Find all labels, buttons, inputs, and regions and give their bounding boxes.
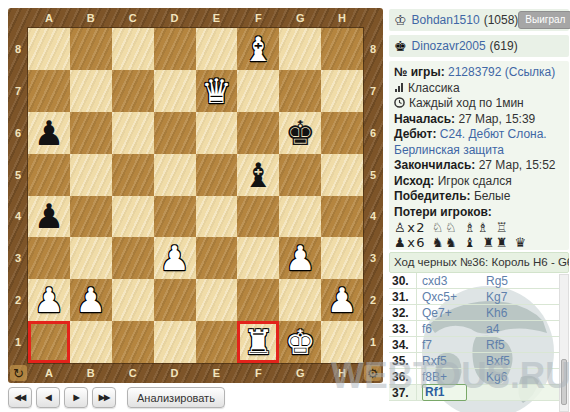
next-move-button[interactable]: ▶ — [64, 387, 88, 408]
analyze-button[interactable]: Анализировать — [127, 387, 225, 408]
square-d7[interactable] — [154, 70, 196, 112]
rank-label-5: 5 — [363, 154, 383, 196]
rank-label-7: 7 — [8, 70, 28, 112]
game-number-link[interactable]: 21283792 — [448, 65, 501, 79]
square-e6[interactable] — [196, 112, 238, 154]
square-f6[interactable] — [237, 112, 279, 154]
rank-labels-left: 87654321 — [8, 28, 28, 363]
rank-label-1: 1 — [363, 321, 383, 363]
square-f7[interactable] — [237, 70, 279, 112]
move-number: 36. — [389, 369, 417, 384]
file-label-h: H — [321, 363, 363, 383]
white-move[interactable]: Rxf5 — [417, 354, 481, 368]
white-bishop: ♝ — [243, 32, 273, 66]
square-e8[interactable] — [196, 28, 238, 70]
square-h6[interactable] — [321, 112, 363, 154]
file-label-d: D — [154, 8, 196, 28]
move-row: 36.f8B+Kg6 — [389, 369, 569, 385]
square-d5[interactable] — [154, 154, 196, 196]
square-f5[interactable]: ♝ — [237, 154, 279, 196]
black-move[interactable]: Rf5 — [481, 338, 569, 352]
file-label-f: F — [237, 8, 279, 28]
move-row: 30.cxd3Rg5 — [389, 273, 569, 289]
move-row: 34.f7Rf5 — [389, 337, 569, 353]
started-line: Началась: 27 Мар, 15:39 — [394, 112, 564, 128]
square-g3[interactable]: ♟ — [279, 237, 321, 279]
file-labels-top: ABCDEFGH — [28, 8, 363, 28]
file-label-e: E — [196, 8, 238, 28]
square-e3[interactable] — [196, 237, 238, 279]
square-g5[interactable] — [279, 154, 321, 196]
square-h2[interactable]: ♟ — [321, 279, 363, 321]
black-move[interactable]: a4 — [481, 322, 569, 336]
opening-line: Дебют: C24. Дебют Слона. Берлинская защи… — [394, 127, 564, 158]
file-label-c: C — [112, 8, 154, 28]
square-c2[interactable] — [112, 279, 154, 321]
square-b2[interactable]: ♟ — [70, 279, 112, 321]
first-move-button[interactable]: ◀◀ — [8, 387, 32, 408]
rank-label-3: 3 — [363, 237, 383, 279]
square-b8[interactable] — [70, 28, 112, 70]
square-a7[interactable] — [28, 70, 70, 112]
rank-label-6: 6 — [363, 112, 383, 154]
losses-label-line: Потери игроков: — [394, 205, 564, 221]
rating-category-icon — [395, 83, 403, 92]
black-move[interactable]: Kh6 — [481, 306, 569, 320]
black-pawn: ♟ — [34, 199, 64, 233]
square-b6[interactable] — [70, 112, 112, 154]
black-bishop: ♝ — [243, 158, 273, 192]
square-e5[interactable] — [196, 154, 238, 196]
square-d8[interactable] — [154, 28, 196, 70]
player-row-black: ♚ Dinozavr2005 (619) — [389, 35, 569, 57]
rank-label-2: 2 — [363, 279, 383, 321]
rank-label-2: 2 — [8, 279, 28, 321]
white-move[interactable]: f6 — [417, 322, 481, 336]
square-h1[interactable] — [321, 321, 363, 363]
square-d4[interactable] — [154, 196, 196, 238]
square-b5[interactable] — [70, 154, 112, 196]
white-rook: ♜ — [243, 325, 273, 359]
rank-labels-right: 87654321 — [363, 28, 383, 363]
square-f8[interactable]: ♝ — [237, 28, 279, 70]
square-a5[interactable] — [28, 154, 70, 196]
square-b7[interactable] — [70, 70, 112, 112]
file-label-e: E — [196, 363, 238, 383]
time-control-line: Каждый ход по 1мин — [394, 96, 564, 112]
clock-icon — [394, 97, 405, 108]
square-e2[interactable] — [196, 279, 238, 321]
square-h5[interactable] — [321, 154, 363, 196]
square-c3[interactable] — [112, 237, 154, 279]
move-number: 33. — [389, 321, 417, 336]
scrollbar-thumb[interactable] — [561, 359, 567, 405]
file-label-b: B — [70, 8, 112, 28]
game-number-label: № игры: — [394, 65, 445, 79]
white-king: ♚ — [285, 325, 315, 359]
file-label-g: G — [279, 8, 321, 28]
rank-label-6: 6 — [8, 112, 28, 154]
square-a8[interactable] — [28, 28, 70, 70]
chess-board: ABCDEFGH ABCDEFGH 87654321 87654321 ♝♛♟♚… — [8, 8, 383, 383]
file-labels-bottom: ABCDEFGH — [28, 363, 363, 383]
white-queen: ♛ — [201, 74, 231, 108]
category-line: Классика — [394, 81, 564, 97]
white-pawn: ♟ — [159, 241, 189, 275]
board-grid: ♝♛♟♚♝♟♟♟♟♟♟♜♚ — [28, 28, 363, 363]
square-e4[interactable] — [196, 196, 238, 238]
black-king: ♚ — [285, 116, 315, 150]
white-player-rating: (1058) — [484, 13, 519, 27]
square-c6[interactable] — [112, 112, 154, 154]
white-captured-pieces: ♙x2 ♘♘ ♗♗ ♖ — [394, 220, 564, 235]
square-g8[interactable] — [279, 28, 321, 70]
square-f4[interactable] — [237, 196, 279, 238]
rank-label-8: 8 — [363, 28, 383, 70]
black-captured-pieces: ♟x6 ♞♞ ♝ ♜♜ ♛ — [394, 235, 564, 250]
square-g1[interactable]: ♚ — [279, 321, 321, 363]
file-label-c: C — [112, 363, 154, 383]
white-pawn: ♟ — [285, 241, 315, 275]
white-move[interactable]: cxd3 — [417, 274, 481, 288]
square-c8[interactable] — [112, 28, 154, 70]
white-move[interactable]: f7 — [417, 338, 481, 352]
move-number: 34. — [389, 337, 417, 352]
move-row: 32.Qe7+Kh6 — [389, 305, 569, 321]
moves-scrollbar[interactable] — [559, 274, 569, 412]
category-text: Классика — [408, 81, 460, 95]
white-move[interactable]: Qxc5+ — [417, 290, 481, 304]
game-info-panel: № игры: 21283792 (Ссылка) Классика Кажды… — [389, 61, 569, 250]
outcome-line: Исход: Игрок сдался — [394, 174, 564, 190]
square-d1[interactable] — [154, 321, 196, 363]
move-navigation: ◀◀ ◀ ▶ ▶▶ Анализировать — [8, 387, 225, 408]
move-row: 37.Rf1 — [389, 385, 569, 401]
square-d2[interactable] — [154, 279, 196, 321]
square-c1[interactable] — [112, 321, 154, 363]
move-number: 37. — [389, 385, 417, 400]
square-g2[interactable] — [279, 279, 321, 321]
square-h3[interactable] — [321, 237, 363, 279]
square-c7[interactable] — [112, 70, 154, 112]
player-row-white: ♔ Bohdan1510 (1058) Выиграл — [389, 9, 569, 31]
page: ABCDEFGH ABCDEFGH 87654321 87654321 ♝♛♟♚… — [0, 0, 570, 412]
game-number-line: № игры: 21283792 (Ссылка) — [394, 65, 564, 81]
square-c4[interactable] — [112, 196, 154, 238]
square-a4[interactable]: ♟ — [28, 196, 70, 238]
settings-icon[interactable]: ⚙ — [364, 365, 381, 381]
move-row: 35.Rxf5Bxf5 — [389, 353, 569, 369]
white-move[interactable]: Qe7+ — [417, 306, 481, 320]
move-number: 31. — [389, 289, 417, 304]
black-move[interactable]: Rg5 — [481, 274, 569, 288]
rank-label-4: 4 — [363, 196, 383, 238]
file-label-b: B — [70, 363, 112, 383]
white-pawn: ♟ — [327, 283, 357, 317]
square-f3[interactable] — [237, 237, 279, 279]
square-d6[interactable] — [154, 112, 196, 154]
move-number: 32. — [389, 305, 417, 320]
square-c5[interactable] — [112, 154, 154, 196]
black-pawn: ♟ — [34, 116, 64, 150]
winner-line: Победитель: Белые — [394, 189, 564, 205]
square-a6[interactable]: ♟ — [28, 112, 70, 154]
rank-label-8: 8 — [8, 28, 28, 70]
selected-move[interactable]: Rf1 — [422, 384, 467, 401]
white-player-name[interactable]: Bohdan1510 — [412, 13, 480, 27]
black-move[interactable]: Kg6 — [481, 370, 569, 384]
white-pawn: ♟ — [34, 283, 64, 317]
square-g7[interactable] — [279, 70, 321, 112]
square-d3[interactable]: ♟ — [154, 237, 196, 279]
prev-move-button[interactable]: ◀ — [36, 387, 60, 408]
moves-table: 30.cxd3Rg531.Qxc5+Kg732.Qe7+Kh633.f6a434… — [389, 273, 569, 401]
square-h8[interactable] — [321, 28, 363, 70]
time-control-text: Каждый ход по 1мин — [409, 96, 524, 110]
square-g6[interactable]: ♚ — [279, 112, 321, 154]
last-move-button[interactable]: ▶▶ — [92, 387, 116, 408]
move-number: 35. — [389, 353, 417, 368]
game-link[interactable]: (Ссылка) — [505, 65, 555, 79]
rank-label-1: 1 — [8, 321, 28, 363]
move-row: 31.Qxc5+Kg7 — [389, 289, 569, 305]
square-h7[interactable] — [321, 70, 363, 112]
finished-line: Закончилась: 27 Мар, 15:52 — [394, 158, 564, 174]
move-list: Ход черных №36: Король H6 - G6 30.cxd3Rg… — [389, 252, 569, 412]
black-king-icon: ♚ — [394, 39, 407, 53]
square-e7[interactable]: ♛ — [196, 70, 238, 112]
square-f2[interactable] — [237, 279, 279, 321]
black-player-name[interactable]: Dinozavr2005 — [412, 39, 486, 53]
rank-label-7: 7 — [363, 70, 383, 112]
move-row: 33.f6a4 — [389, 321, 569, 337]
flip-board-icon[interactable]: ↻ — [10, 365, 27, 381]
square-b3[interactable] — [70, 237, 112, 279]
white-king-icon: ♔ — [394, 13, 407, 27]
current-move-header: Ход черных №36: Король H6 - G6 — [389, 252, 569, 273]
square-b4[interactable] — [70, 196, 112, 238]
file-label-g: G — [279, 363, 321, 383]
black-move[interactable]: Kg7 — [481, 290, 569, 304]
white-move[interactable]: Rf1 — [417, 384, 481, 401]
square-a1[interactable] — [28, 321, 70, 363]
white-pawn: ♟ — [76, 283, 106, 317]
move-number: 30. — [389, 273, 417, 288]
square-a3[interactable] — [28, 237, 70, 279]
square-a2[interactable]: ♟ — [28, 279, 70, 321]
white-move[interactable]: f8B+ — [417, 370, 481, 384]
file-label-h: H — [321, 8, 363, 28]
file-label-a: A — [28, 8, 70, 28]
rank-label-3: 3 — [8, 237, 28, 279]
square-e1[interactable] — [196, 321, 238, 363]
square-b1[interactable] — [70, 321, 112, 363]
black-player-rating: (619) — [490, 39, 518, 53]
square-h4[interactable] — [321, 196, 363, 238]
file-label-d: D — [154, 363, 196, 383]
square-f1[interactable]: ♜ — [237, 321, 279, 363]
square-g4[interactable] — [279, 196, 321, 238]
rank-label-4: 4 — [8, 196, 28, 238]
rank-label-5: 5 — [8, 154, 28, 196]
file-label-f: F — [237, 363, 279, 383]
black-move[interactable]: Bxf5 — [481, 354, 569, 368]
file-label-a: A — [28, 363, 70, 383]
result-badge: Выиграл — [518, 11, 570, 29]
